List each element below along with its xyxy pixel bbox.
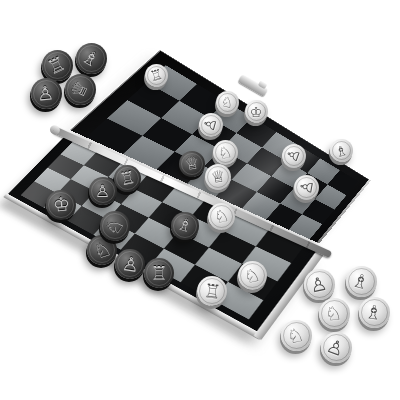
king-icon: ♔ [52,194,71,215]
rook-icon: ♖ [45,53,68,77]
disc-silver-bishop[interactable]: ♗ [359,297,390,328]
knight-icon: ♘ [102,214,127,239]
queen-icon: ♕ [68,77,92,100]
disc-silver-knight[interactable]: ♘ [281,320,312,351]
disc-silver-knight[interactable]: ♘ [216,91,239,114]
bishop-icon: ♗ [175,215,195,236]
disc-silver-knight[interactable]: ♘ [208,203,235,230]
knight-icon: ♘ [220,94,235,110]
disc-black-pawn[interactable]: ♙ [89,177,117,205]
disc-silver-pawn[interactable]: ♙ [282,144,306,168]
pawn-icon: ♙ [95,183,110,200]
disc-silver-pawn[interactable]: ♙ [304,269,335,300]
queen-icon: ♕ [184,154,201,172]
travel-chess-set-photo: ♖♘♔♗♙♙♘♙♕♕♖♘♙♗♘♔♘♘♙♖♖♖♗♙♕♙♗♘♗♘♙ [0,0,400,400]
latch-clasp[interactable] [238,74,268,97]
disc-silver-knight[interactable]: ♘ [319,298,350,329]
disc-silver-bishop[interactable]: ♗ [330,139,353,162]
pawn-icon: ♙ [298,179,316,196]
disc-black-queen[interactable]: ♕ [65,74,96,105]
rook-icon: ♖ [203,281,222,302]
rook-icon: ♖ [149,67,165,84]
disc-black-rook[interactable]: ♖ [144,258,174,288]
bishop-icon: ♗ [350,270,371,293]
knight-icon: ♘ [286,324,306,346]
disc-black-rook[interactable]: ♖ [42,50,73,81]
disc-silver-knight[interactable]: ♘ [238,261,267,290]
disc-silver-rook[interactable]: ♖ [197,276,227,306]
disc-black-bishop[interactable]: ♗ [171,212,199,240]
disc-silver-bishop[interactable]: ♗ [346,266,377,297]
disc-black-pawn[interactable]: ♙ [31,78,62,109]
disc-silver-knight[interactable]: ♘ [213,140,238,165]
pawn-icon: ♙ [309,273,330,295]
disc-silver-king[interactable]: ♔ [245,100,268,123]
bishop-icon: ♗ [333,142,349,159]
knight-icon: ♘ [91,238,113,261]
disc-silver-pawn[interactable]: ♙ [321,332,352,363]
knight-icon: ♘ [217,144,233,162]
rook-icon: ♖ [151,264,168,283]
bishop-icon: ♗ [79,46,103,71]
pawn-icon: ♙ [202,116,220,133]
king-icon: ♔ [250,105,263,119]
knight-icon: ♘ [325,303,344,323]
disc-black-knight[interactable]: ♘ [100,211,130,241]
disc-black-queen[interactable]: ♕ [179,151,205,177]
disc-silver-queen[interactable]: ♕ [205,164,231,190]
pawn-icon: ♙ [120,254,140,275]
disc-black-bishop[interactable]: ♗ [76,43,107,74]
queen-icon: ♕ [209,168,226,186]
knight-icon: ♘ [243,265,263,286]
rook-icon: ♖ [119,169,137,189]
pawn-icon: ♙ [284,147,303,165]
disc-silver-pawn[interactable]: ♙ [199,113,223,137]
pawn-icon: ♙ [37,83,56,103]
bishop-icon: ♗ [364,301,384,322]
knight-icon: ♘ [213,206,231,225]
disc-silver-rook[interactable]: ♖ [145,64,168,87]
pawn-icon: ♙ [325,335,348,359]
